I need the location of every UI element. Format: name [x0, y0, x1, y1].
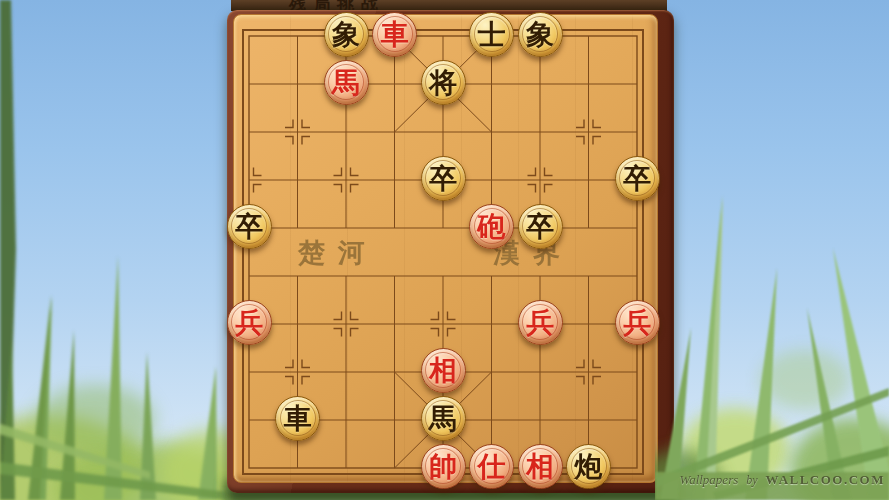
piece-red-相[interactable]: 相: [421, 348, 466, 393]
pieces-layer: 象車士象馬将卒卒卒砲卒兵兵兵相車馬帥仕相炮: [227, 10, 674, 493]
piece-red-相[interactable]: 相: [518, 444, 563, 489]
piece-red-車[interactable]: 車: [372, 12, 417, 57]
piece-black-卒[interactable]: 卒: [421, 156, 466, 201]
piece-black-卒[interactable]: 卒: [518, 204, 563, 249]
piece-red-兵[interactable]: 兵: [518, 300, 563, 345]
piece-red-兵[interactable]: 兵: [227, 300, 272, 345]
piece-red-仕[interactable]: 仕: [469, 444, 514, 489]
piece-black-将[interactable]: 将: [421, 60, 466, 105]
piece-black-卒[interactable]: 卒: [615, 156, 660, 201]
watermark-word: by: [746, 473, 757, 487]
piece-black-象[interactable]: 象: [324, 12, 369, 57]
piece-red-帥[interactable]: 帥: [421, 444, 466, 489]
piece-black-車[interactable]: 車: [275, 396, 320, 441]
watermark-word: WALLCOO.COM: [766, 472, 885, 487]
piece-black-象[interactable]: 象: [518, 12, 563, 57]
piece-black-炮[interactable]: 炮: [566, 444, 611, 489]
piece-black-卒[interactable]: 卒: [227, 204, 272, 249]
watermark: Wallpapers by WALLCOO.COM: [680, 470, 886, 488]
grass-foreground-right: [655, 150, 889, 500]
piece-red-馬[interactable]: 馬: [324, 60, 369, 105]
scene: { "game": "xiangqi", "title_bar": { "tex…: [0, 0, 889, 500]
piece-black-士[interactable]: 士: [469, 12, 514, 57]
watermark-word: Wallpapers: [680, 472, 739, 487]
piece-red-兵[interactable]: 兵: [615, 300, 660, 345]
piece-black-馬[interactable]: 馬: [421, 396, 466, 441]
xiangqi-board-frame: 楚河 漢界 象車士象馬将卒卒卒砲卒兵兵兵相車馬帥仕相炮: [227, 10, 674, 493]
piece-red-砲[interactable]: 砲: [469, 204, 514, 249]
